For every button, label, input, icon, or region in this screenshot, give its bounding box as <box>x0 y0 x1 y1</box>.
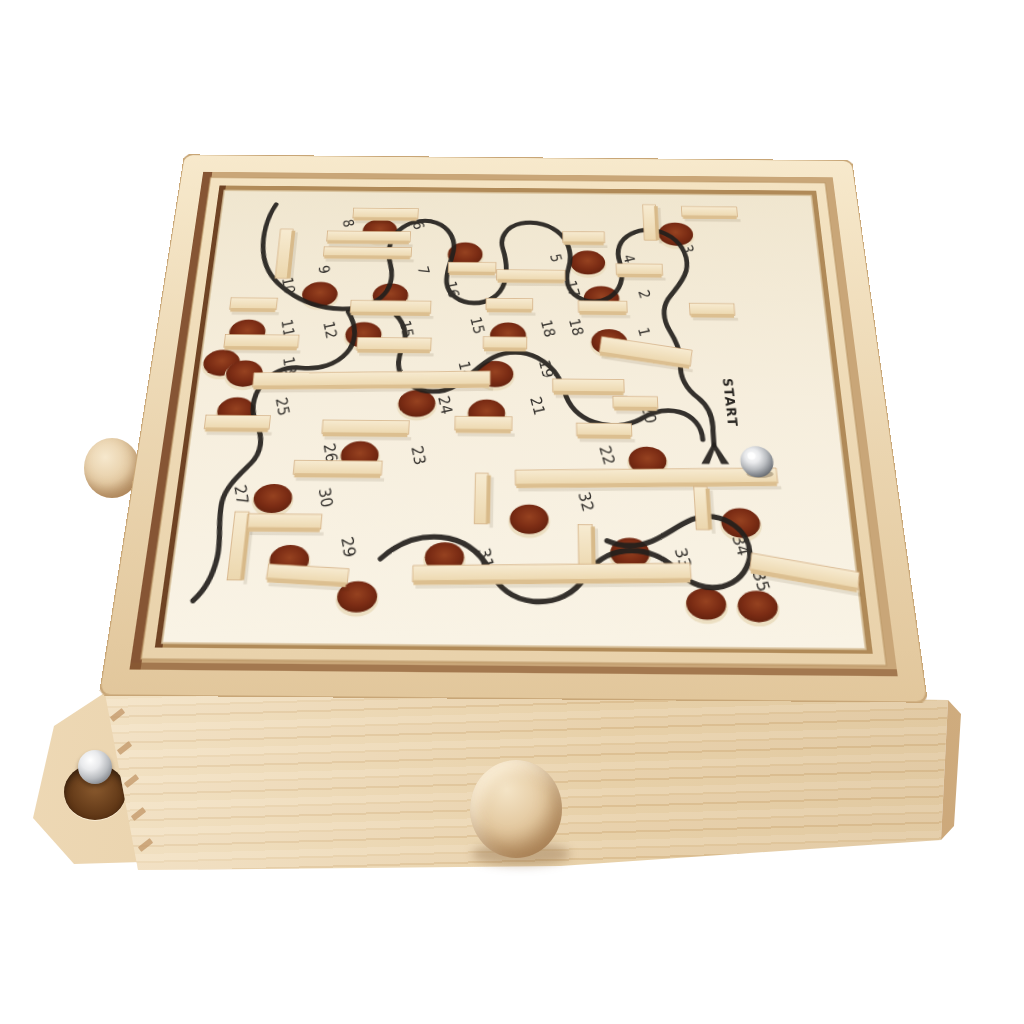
wall-top <box>322 420 409 434</box>
wall-side <box>327 240 409 244</box>
wall-shadow <box>250 532 324 536</box>
wall-shadow <box>616 411 661 415</box>
maze-wall <box>613 396 661 414</box>
maze-wall <box>412 563 695 589</box>
hole-number-label: 27 <box>231 483 252 506</box>
wall-side <box>449 271 495 275</box>
maze-wall <box>323 247 415 262</box>
maze-wall <box>356 337 434 356</box>
gimballed-maze-board: 8697101654317211121515181811314192524212… <box>99 154 928 702</box>
wall-shadow <box>451 275 499 278</box>
wall-side <box>456 429 511 434</box>
wall-top <box>483 337 527 349</box>
wall-shadow <box>458 433 515 437</box>
spare-steel-ball <box>78 750 112 784</box>
maze-wall <box>247 514 326 536</box>
wall-top <box>563 232 605 243</box>
wall-top <box>247 514 322 529</box>
hole-number-label: 29 <box>338 535 360 559</box>
maze-wall <box>229 298 281 315</box>
wall-side <box>614 407 657 411</box>
wall-top <box>293 460 382 475</box>
product-photo-labyrinth-game: 8697101654317211121515181811314192524212… <box>0 0 1024 1024</box>
wall-side <box>554 391 624 396</box>
wall-side <box>498 279 565 283</box>
wall-top <box>350 300 431 313</box>
wall-side <box>351 312 430 316</box>
wall-side <box>354 217 417 221</box>
wall-top <box>448 262 496 273</box>
wall-side <box>324 255 410 259</box>
wall-side <box>224 346 297 350</box>
maze-wall <box>497 270 568 286</box>
wall-top <box>204 415 270 429</box>
maze-wall <box>448 262 499 278</box>
maze-wall <box>350 300 434 319</box>
wall-top <box>230 298 278 310</box>
maze-wall <box>616 264 665 281</box>
wall-shadow <box>685 219 741 222</box>
wall-side <box>579 311 626 315</box>
wall-shadow <box>355 220 420 223</box>
wall-side <box>323 432 408 437</box>
wall-top <box>224 334 299 347</box>
wall-top <box>357 337 432 350</box>
wall-top <box>616 264 662 276</box>
hole-number-label: 15 <box>397 319 417 339</box>
wall-shadow <box>581 315 630 318</box>
hole-number-label: 10 <box>279 276 298 296</box>
wall-shadow <box>486 351 530 354</box>
maze-wall <box>694 487 716 534</box>
wall-shadow <box>499 283 567 286</box>
wall-shadow <box>693 317 738 320</box>
wall-side <box>230 308 275 312</box>
wall-shadow <box>580 439 635 443</box>
hole-number-label: 30 <box>315 486 336 509</box>
wall-top <box>455 416 512 430</box>
wall-shadow <box>489 312 536 315</box>
maze-wall <box>252 371 493 393</box>
wall-top <box>578 301 627 313</box>
wall-side <box>248 527 320 532</box>
maze-wall <box>515 468 781 492</box>
maze-wall <box>483 337 530 355</box>
tilt-knob-front[interactable] <box>470 760 562 858</box>
wall-side <box>484 347 526 351</box>
maze-wall <box>578 301 630 318</box>
maze-wall <box>223 334 302 353</box>
wall-side <box>205 427 268 432</box>
maze-wall <box>321 420 412 441</box>
hole-number-label: 25 <box>273 396 293 418</box>
maze-wall <box>455 416 515 436</box>
maze-wall <box>689 303 738 320</box>
wall-side <box>487 309 532 313</box>
maze-wall <box>576 423 634 442</box>
maze-wall <box>326 231 413 247</box>
wall-side <box>357 349 430 354</box>
wall-top <box>689 303 735 315</box>
wall-shadow <box>232 312 279 315</box>
wall-side <box>564 241 604 245</box>
wall-top <box>486 298 533 310</box>
wall-side <box>294 473 380 478</box>
maze-wall <box>293 460 385 481</box>
maze-board-svg: 8697101654317211121515181811314192524212… <box>99 154 928 702</box>
wall-top <box>553 379 625 393</box>
maze-wall <box>681 206 740 221</box>
maze-wall <box>563 232 608 248</box>
wall-shadow <box>566 245 608 248</box>
wall-shadow <box>206 432 271 436</box>
wall-top <box>576 423 631 436</box>
wall-shadow <box>619 277 665 280</box>
maze-wall <box>486 298 536 315</box>
wall-side <box>691 314 734 318</box>
maze-wall <box>643 205 662 244</box>
wall-top <box>613 396 658 408</box>
maze-wall <box>353 208 421 224</box>
wall-side <box>683 215 737 219</box>
hole-number-label: 12 <box>320 320 340 340</box>
maze-wall <box>204 415 274 435</box>
wall-side <box>617 274 661 278</box>
maze-wall <box>553 379 628 399</box>
wall-side <box>578 434 631 439</box>
maze-wall <box>474 473 494 527</box>
